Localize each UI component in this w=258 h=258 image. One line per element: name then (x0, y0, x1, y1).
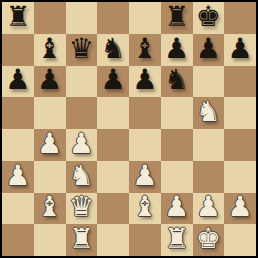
black-king-piece: ♚ (196, 3, 221, 31)
black-rook-piece: ♜ (164, 3, 189, 31)
black-pawn-piece: ♟ (132, 66, 157, 94)
square-e1[interactable] (129, 224, 161, 256)
square-e8[interactable] (129, 2, 161, 34)
black-queen-piece: ♛ (69, 35, 94, 63)
square-c2[interactable]: ♛ (66, 193, 98, 225)
white-pawn-piece: ♟ (132, 162, 157, 190)
square-e3[interactable]: ♟ (129, 161, 161, 193)
white-pawn-piece: ♟ (37, 130, 62, 158)
square-a3[interactable]: ♟ (2, 161, 34, 193)
white-pawn-piece: ♟ (69, 130, 94, 158)
square-h7[interactable]: ♟ (224, 34, 256, 66)
black-pawn-piece: ♟ (164, 35, 189, 63)
square-f4[interactable] (161, 129, 193, 161)
square-f7[interactable]: ♟ (161, 34, 193, 66)
square-h3[interactable] (224, 161, 256, 193)
square-f6[interactable]: ♞ (161, 66, 193, 98)
black-bishop-piece: ♝ (132, 35, 157, 63)
square-f5[interactable] (161, 97, 193, 129)
square-a5[interactable] (2, 97, 34, 129)
black-knight-piece: ♞ (164, 66, 189, 94)
white-queen-piece: ♛ (69, 193, 94, 221)
square-g1[interactable]: ♚ (193, 224, 225, 256)
white-rook-piece: ♜ (164, 225, 189, 253)
white-rook-piece: ♜ (69, 225, 94, 253)
square-g5[interactable]: ♞ (193, 97, 225, 129)
square-e7[interactable]: ♝ (129, 34, 161, 66)
black-pawn-piece: ♟ (196, 35, 221, 63)
square-a7[interactable] (2, 34, 34, 66)
square-d8[interactable] (97, 2, 129, 34)
square-d6[interactable]: ♟ (97, 66, 129, 98)
white-pawn-piece: ♟ (164, 193, 189, 221)
black-knight-piece: ♞ (101, 35, 126, 63)
square-e5[interactable] (129, 97, 161, 129)
square-c8[interactable] (66, 2, 98, 34)
square-h5[interactable] (224, 97, 256, 129)
black-pawn-piece: ♟ (101, 66, 126, 94)
square-h6[interactable] (224, 66, 256, 98)
square-g8[interactable]: ♚ (193, 2, 225, 34)
square-c7[interactable]: ♛ (66, 34, 98, 66)
square-g2[interactable]: ♟ (193, 193, 225, 225)
square-d1[interactable] (97, 224, 129, 256)
black-pawn-piece: ♟ (37, 66, 62, 94)
square-e4[interactable] (129, 129, 161, 161)
square-d5[interactable] (97, 97, 129, 129)
square-h8[interactable] (224, 2, 256, 34)
black-rook-piece: ♜ (5, 3, 30, 31)
square-c6[interactable] (66, 66, 98, 98)
chess-board: ♜♜♚♝♛♞♝♟♟♟♟♟♟♟♞♞♟♟♟♞♟♝♛♝♟♟♟♜♜♚ (2, 2, 256, 256)
square-e2[interactable]: ♝ (129, 193, 161, 225)
white-pawn-piece: ♟ (228, 193, 253, 221)
square-h2[interactable]: ♟ (224, 193, 256, 225)
black-pawn-piece: ♟ (228, 35, 253, 63)
square-c3[interactable]: ♞ (66, 161, 98, 193)
square-b6[interactable]: ♟ (34, 66, 66, 98)
square-e6[interactable]: ♟ (129, 66, 161, 98)
square-b5[interactable] (34, 97, 66, 129)
square-d7[interactable]: ♞ (97, 34, 129, 66)
white-bishop-piece: ♝ (37, 193, 62, 221)
square-f8[interactable]: ♜ (161, 2, 193, 34)
white-bishop-piece: ♝ (132, 193, 157, 221)
square-f3[interactable] (161, 161, 193, 193)
square-a1[interactable] (2, 224, 34, 256)
square-b7[interactable]: ♝ (34, 34, 66, 66)
square-c5[interactable] (66, 97, 98, 129)
square-d2[interactable] (97, 193, 129, 225)
square-g3[interactable] (193, 161, 225, 193)
square-b3[interactable] (34, 161, 66, 193)
square-g4[interactable] (193, 129, 225, 161)
square-a6[interactable]: ♟ (2, 66, 34, 98)
square-a8[interactable]: ♜ (2, 2, 34, 34)
square-h4[interactable] (224, 129, 256, 161)
square-g7[interactable]: ♟ (193, 34, 225, 66)
square-a4[interactable] (2, 129, 34, 161)
white-pawn-piece: ♟ (5, 162, 30, 190)
square-d3[interactable] (97, 161, 129, 193)
square-c1[interactable]: ♜ (66, 224, 98, 256)
square-g6[interactable] (193, 66, 225, 98)
square-d4[interactable] (97, 129, 129, 161)
square-b1[interactable] (34, 224, 66, 256)
square-h1[interactable] (224, 224, 256, 256)
black-pawn-piece: ♟ (5, 66, 30, 94)
square-b4[interactable]: ♟ (34, 129, 66, 161)
square-f1[interactable]: ♜ (161, 224, 193, 256)
square-b2[interactable]: ♝ (34, 193, 66, 225)
chess-board-frame: ♜♜♚♝♛♞♝♟♟♟♟♟♟♟♞♞♟♟♟♞♟♝♛♝♟♟♟♜♜♚ (0, 0, 258, 258)
white-king-piece: ♚ (196, 225, 221, 253)
white-knight-piece: ♞ (69, 162, 94, 190)
black-bishop-piece: ♝ (37, 35, 62, 63)
white-pawn-piece: ♟ (196, 193, 221, 221)
square-b8[interactable] (34, 2, 66, 34)
white-knight-piece: ♞ (196, 98, 221, 126)
square-c4[interactable]: ♟ (66, 129, 98, 161)
square-f2[interactable]: ♟ (161, 193, 193, 225)
square-a2[interactable] (2, 193, 34, 225)
